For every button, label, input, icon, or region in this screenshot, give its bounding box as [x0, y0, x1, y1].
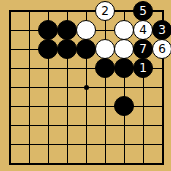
- black-stone[interactable]: [38, 20, 58, 40]
- move-number-label: 6: [158, 43, 166, 55]
- black-stone-move-3[interactable]: 3: [152, 20, 171, 40]
- black-stone[interactable]: [38, 39, 58, 59]
- white-stone[interactable]: [114, 39, 134, 59]
- black-stone[interactable]: [114, 96, 134, 116]
- black-stone[interactable]: [95, 58, 115, 78]
- move-number-label: 2: [101, 5, 109, 17]
- black-stone[interactable]: [57, 39, 77, 59]
- move-number-label: 5: [139, 5, 147, 17]
- black-stone-move-7[interactable]: 7: [133, 39, 153, 59]
- black-stone-move-5[interactable]: 5: [133, 1, 153, 21]
- move-number-label: 4: [139, 24, 147, 36]
- move-number-label: 7: [139, 43, 147, 55]
- black-stone[interactable]: [114, 58, 134, 78]
- move-number-label: 3: [158, 24, 166, 36]
- white-stone[interactable]: [76, 20, 96, 40]
- white-stone-move-4[interactable]: 4: [133, 20, 153, 40]
- black-stone-move-1[interactable]: 1: [133, 58, 153, 78]
- black-stone[interactable]: [76, 39, 96, 59]
- white-stone-move-2[interactable]: 2: [95, 1, 115, 21]
- go-board[interactable]: 2543761: [0, 0, 171, 171]
- move-number-label: 1: [139, 62, 147, 74]
- star-point: [84, 85, 89, 90]
- white-stone-move-6[interactable]: 6: [152, 39, 171, 59]
- white-stone[interactable]: [95, 39, 115, 59]
- white-stone[interactable]: [114, 20, 134, 40]
- black-stone[interactable]: [57, 20, 77, 40]
